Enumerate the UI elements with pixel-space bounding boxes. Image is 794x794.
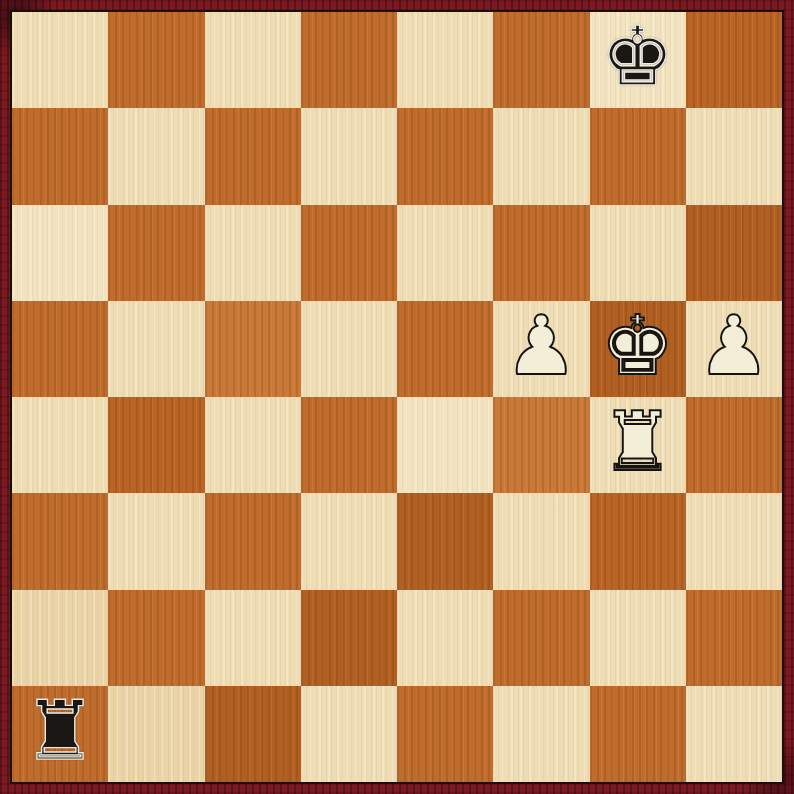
square-f7[interactable]: [493, 108, 589, 204]
square-b1[interactable]: [108, 686, 204, 782]
square-c2[interactable]: [205, 590, 301, 686]
piece-white-king-g5[interactable]: ♚: [601, 305, 675, 387]
square-h1[interactable]: [686, 686, 782, 782]
square-d5[interactable]: [301, 301, 397, 397]
chess-board: ♚♟♚♟♜♜: [12, 12, 782, 782]
square-b8[interactable]: [108, 12, 204, 108]
square-e6[interactable]: [397, 205, 493, 301]
square-h4[interactable]: [686, 397, 782, 493]
square-c1[interactable]: [205, 686, 301, 782]
square-h5[interactable]: ♟: [686, 301, 782, 397]
square-d3[interactable]: [301, 493, 397, 589]
square-g4[interactable]: ♜: [590, 397, 686, 493]
piece-black-king-g8[interactable]: ♚: [601, 16, 675, 98]
square-e5[interactable]: [397, 301, 493, 397]
square-g2[interactable]: [590, 590, 686, 686]
square-h2[interactable]: [686, 590, 782, 686]
square-f4[interactable]: [493, 397, 589, 493]
square-a2[interactable]: [12, 590, 108, 686]
square-d8[interactable]: [301, 12, 397, 108]
square-b7[interactable]: [108, 108, 204, 204]
square-a6[interactable]: [12, 205, 108, 301]
square-d2[interactable]: [301, 590, 397, 686]
square-c4[interactable]: [205, 397, 301, 493]
square-f3[interactable]: [493, 493, 589, 589]
square-f2[interactable]: [493, 590, 589, 686]
square-e8[interactable]: [397, 12, 493, 108]
square-f1[interactable]: [493, 686, 589, 782]
square-e1[interactable]: [397, 686, 493, 782]
square-a8[interactable]: [12, 12, 108, 108]
square-g5[interactable]: ♚: [590, 301, 686, 397]
piece-black-rook-a1[interactable]: ♜: [23, 690, 97, 772]
square-a3[interactable]: [12, 493, 108, 589]
square-b5[interactable]: [108, 301, 204, 397]
square-d1[interactable]: [301, 686, 397, 782]
square-f6[interactable]: [493, 205, 589, 301]
square-b2[interactable]: [108, 590, 204, 686]
square-c3[interactable]: [205, 493, 301, 589]
square-e2[interactable]: [397, 590, 493, 686]
square-a1[interactable]: ♜: [12, 686, 108, 782]
square-d6[interactable]: [301, 205, 397, 301]
square-h7[interactable]: [686, 108, 782, 204]
square-b4[interactable]: [108, 397, 204, 493]
square-a4[interactable]: [12, 397, 108, 493]
square-a5[interactable]: [12, 301, 108, 397]
square-f8[interactable]: [493, 12, 589, 108]
square-e7[interactable]: [397, 108, 493, 204]
square-g6[interactable]: [590, 205, 686, 301]
square-h8[interactable]: [686, 12, 782, 108]
piece-white-pawn-h5[interactable]: ♟: [697, 305, 771, 387]
square-c7[interactable]: [205, 108, 301, 204]
square-g7[interactable]: [590, 108, 686, 204]
piece-white-pawn-f5[interactable]: ♟: [505, 305, 579, 387]
square-d7[interactable]: [301, 108, 397, 204]
square-c8[interactable]: [205, 12, 301, 108]
square-a7[interactable]: [12, 108, 108, 204]
square-e3[interactable]: [397, 493, 493, 589]
square-g1[interactable]: [590, 686, 686, 782]
square-c5[interactable]: [205, 301, 301, 397]
board-frame: ♚♟♚♟♜♜: [0, 0, 794, 794]
square-f5[interactable]: ♟: [493, 301, 589, 397]
square-b6[interactable]: [108, 205, 204, 301]
square-c6[interactable]: [205, 205, 301, 301]
square-h6[interactable]: [686, 205, 782, 301]
square-e4[interactable]: [397, 397, 493, 493]
piece-white-rook-g4[interactable]: ♜: [601, 401, 675, 483]
square-h3[interactable]: [686, 493, 782, 589]
square-g8[interactable]: ♚: [590, 12, 686, 108]
board-inner-border: ♚♟♚♟♜♜: [10, 10, 784, 784]
square-d4[interactable]: [301, 397, 397, 493]
square-g3[interactable]: [590, 493, 686, 589]
square-b3[interactable]: [108, 493, 204, 589]
